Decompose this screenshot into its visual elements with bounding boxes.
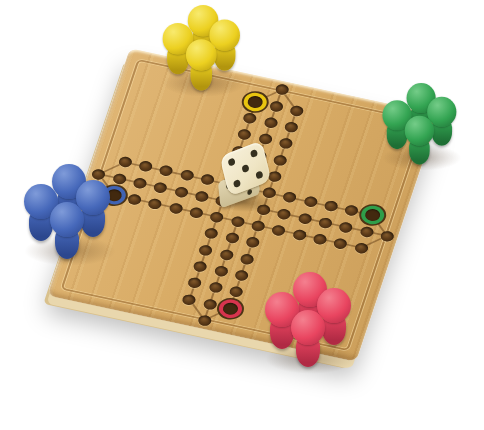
peg-head bbox=[291, 310, 325, 345]
peg-head bbox=[186, 39, 217, 70]
die-pip bbox=[228, 158, 236, 167]
die-pip bbox=[241, 164, 249, 173]
home-cluster-green bbox=[381, 83, 464, 169]
peg-yellow[interactable] bbox=[184, 39, 218, 90]
die-pip bbox=[233, 178, 241, 187]
pieces-overlay bbox=[0, 0, 484, 430]
die[interactable] bbox=[217, 147, 273, 211]
peg-head bbox=[405, 116, 434, 146]
home-cluster-yellow bbox=[161, 5, 247, 95]
peg-red[interactable] bbox=[289, 310, 327, 367]
peg-green[interactable] bbox=[403, 116, 436, 165]
home-cluster-red bbox=[263, 272, 359, 372]
die-pip bbox=[255, 170, 263, 179]
photo-canvas bbox=[0, 0, 484, 430]
die-top-face bbox=[219, 140, 271, 196]
die-pip bbox=[247, 189, 252, 196]
peg-head bbox=[50, 202, 84, 237]
peg-blue[interactable] bbox=[48, 202, 86, 259]
home-cluster-blue bbox=[22, 164, 118, 264]
die-pip bbox=[250, 149, 258, 158]
